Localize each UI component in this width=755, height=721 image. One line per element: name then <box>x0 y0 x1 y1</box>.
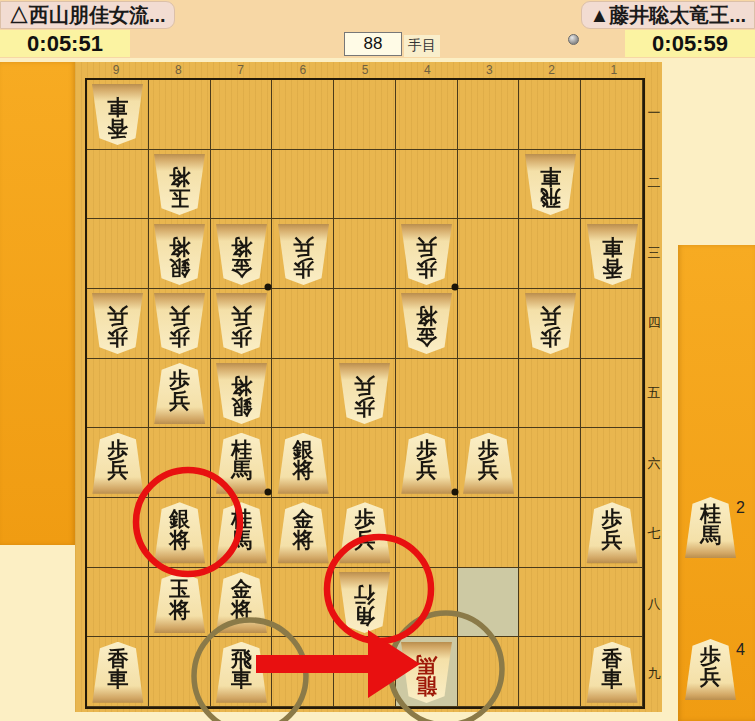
gote-clock: 0:05:51 <box>0 30 130 57</box>
board-square[interactable]: 金将 <box>272 498 334 568</box>
move-number-input[interactable]: 88 <box>344 32 402 56</box>
board-square[interactable]: 歩兵 <box>458 428 520 498</box>
board-square[interactable] <box>334 80 396 150</box>
board-square[interactable] <box>334 219 396 289</box>
board-square[interactable] <box>458 359 520 429</box>
clock-bar: 0:05:51 0:05:59 88 手目 <box>0 30 755 58</box>
rank-label: 九 <box>646 639 662 709</box>
board-square[interactable]: 香車 <box>87 637 149 707</box>
shogi-piece[interactable]: 桂馬 <box>215 433 268 494</box>
sente-player-name: ▲藤井聡太竜王... <box>581 1 755 29</box>
board-square[interactable] <box>581 80 643 150</box>
board-square[interactable] <box>458 637 520 707</box>
board-square[interactable]: 金将 <box>211 568 273 638</box>
shogi-piece[interactable]: 歩兵 <box>91 293 144 354</box>
shogi-piece[interactable]: 金将 <box>400 293 453 354</box>
board-square[interactable] <box>458 568 520 638</box>
board-square[interactable] <box>581 150 643 220</box>
shogi-piece[interactable]: 玉将 <box>153 154 206 215</box>
sente-clock: 0:05:59 <box>625 30 755 57</box>
board-square[interactable]: 飛車 <box>211 637 273 707</box>
board-square[interactable] <box>396 80 458 150</box>
rank-label: 三 <box>646 218 662 288</box>
board-square[interactable] <box>272 80 334 150</box>
rank-label: 一 <box>646 78 662 148</box>
move-number-label: 手目 <box>404 35 440 57</box>
shogi-piece[interactable]: 飛車 <box>215 642 268 703</box>
board-square[interactable] <box>272 150 334 220</box>
board-square[interactable] <box>272 637 334 707</box>
captured-piece[interactable]: 歩兵 <box>684 639 737 700</box>
shogi-piece[interactable]: 銀将 <box>277 433 330 494</box>
shogi-piece[interactable]: 歩兵 <box>400 433 453 494</box>
board-square[interactable]: 金将 <box>396 289 458 359</box>
shogi-piece[interactable]: 銀将 <box>215 363 268 424</box>
star-point <box>265 489 272 496</box>
file-coordinate-labels: 987654321 <box>85 62 645 78</box>
file-label: 1 <box>583 62 645 78</box>
board-square[interactable] <box>396 568 458 638</box>
file-label: 2 <box>521 62 583 78</box>
player-name-bar: △西山朋佳女流... ▲藤井聡太竜王... <box>0 0 755 30</box>
board-square[interactable]: 角行 <box>334 568 396 638</box>
shogi-piece[interactable]: 歩兵 <box>524 293 577 354</box>
shogi-piece[interactable]: 歩兵 <box>462 433 515 494</box>
board-square[interactable] <box>211 150 273 220</box>
rank-label: 二 <box>646 148 662 218</box>
shogi-piece[interactable]: 金将 <box>215 572 268 633</box>
board-square[interactable] <box>87 568 149 638</box>
board-square[interactable] <box>519 428 581 498</box>
board-square[interactable]: 金将 <box>211 219 273 289</box>
rank-label: 六 <box>646 429 662 499</box>
board-square[interactable]: 歩兵 <box>396 219 458 289</box>
shogi-piece[interactable]: 歩兵 <box>91 433 144 494</box>
rank-label: 四 <box>646 288 662 358</box>
board-square[interactable] <box>581 289 643 359</box>
star-point <box>265 284 272 291</box>
rank-label: 七 <box>646 499 662 569</box>
shogi-piece[interactable]: 香車 <box>91 642 144 703</box>
shogi-piece[interactable]: 銀将 <box>153 224 206 285</box>
file-label: 3 <box>458 62 520 78</box>
board-square[interactable]: 歩兵 <box>581 498 643 568</box>
shogi-piece[interactable]: 歩兵 <box>338 363 391 424</box>
board-square[interactable]: 龍馬 <box>396 637 458 707</box>
shogi-piece[interactable]: 桂馬 <box>215 502 268 563</box>
board-square[interactable]: 桂馬 <box>211 428 273 498</box>
board-square[interactable] <box>581 568 643 638</box>
board-square[interactable] <box>458 498 520 568</box>
board-square[interactable] <box>87 219 149 289</box>
board-square[interactable] <box>334 428 396 498</box>
board-square[interactable] <box>519 80 581 150</box>
board-square[interactable] <box>519 498 581 568</box>
file-label: 5 <box>334 62 396 78</box>
gote-captured-tray <box>0 62 75 545</box>
shogi-piece[interactable]: 歩兵 <box>153 293 206 354</box>
board-square[interactable]: 香車 <box>581 637 643 707</box>
file-label: 4 <box>396 62 458 78</box>
shogi-piece[interactable]: 玉将 <box>153 572 206 633</box>
board-square[interactable] <box>458 150 520 220</box>
rank-label: 八 <box>646 569 662 639</box>
stone-button-icon[interactable] <box>568 34 579 45</box>
shogi-piece[interactable]: 飛車 <box>524 154 577 215</box>
board-square[interactable] <box>458 80 520 150</box>
shogi-piece[interactable]: 香車 <box>586 642 639 703</box>
board-square[interactable] <box>581 359 643 429</box>
board-square[interactable] <box>519 568 581 638</box>
board-square[interactable]: 歩兵 <box>87 289 149 359</box>
board-square[interactable]: 香車 <box>87 80 149 150</box>
board-square[interactable]: 銀将 <box>149 219 211 289</box>
rank-coordinate-labels: 一二三四五六七八九 <box>646 78 662 709</box>
board-square[interactable]: 歩兵 <box>87 428 149 498</box>
board-square[interactable]: 歩兵 <box>334 359 396 429</box>
shogi-piece[interactable]: 銀将 <box>153 502 206 563</box>
board-grid[interactable]: 香車玉将飛車銀将金将歩兵歩兵香車歩兵歩兵歩兵金将歩兵歩兵銀将歩兵歩兵桂馬銀将歩兵… <box>85 78 645 709</box>
board-square[interactable]: 歩兵 <box>519 289 581 359</box>
board-square[interactable] <box>581 428 643 498</box>
board-square[interactable] <box>334 637 396 707</box>
file-label: 9 <box>85 62 147 78</box>
board-square[interactable]: 銀将 <box>211 359 273 429</box>
board-square[interactable] <box>87 498 149 568</box>
board-square[interactable]: 香車 <box>581 219 643 289</box>
board-square[interactable] <box>519 219 581 289</box>
captured-piece-count: 4 <box>736 641 754 659</box>
sente-captured-tray: 桂馬2歩兵4 <box>678 245 755 721</box>
shogi-piece[interactable]: 歩兵 <box>400 224 453 285</box>
board-square[interactable]: 歩兵 <box>396 428 458 498</box>
board-square[interactable] <box>396 359 458 429</box>
board-square[interactable] <box>272 359 334 429</box>
captured-piece[interactable]: 桂馬 <box>684 497 737 558</box>
shogi-piece[interactable]: 香車 <box>91 84 144 145</box>
shogi-piece[interactable]: 歩兵 <box>215 293 268 354</box>
board-square[interactable] <box>211 80 273 150</box>
board-square[interactable]: 銀将 <box>272 428 334 498</box>
board-square[interactable] <box>519 637 581 707</box>
board-square[interactable]: 銀将 <box>149 498 211 568</box>
board-square[interactable] <box>272 289 334 359</box>
board-square[interactable] <box>87 359 149 429</box>
board-square[interactable] <box>272 568 334 638</box>
shogi-piece[interactable]: 金将 <box>277 502 330 563</box>
board-square[interactable] <box>334 150 396 220</box>
board-square[interactable]: 歩兵 <box>149 359 211 429</box>
board-square[interactable] <box>458 219 520 289</box>
board-square[interactable] <box>149 80 211 150</box>
board-square[interactable] <box>149 637 211 707</box>
shogi-piece[interactable]: 歩兵 <box>586 502 639 563</box>
board-square[interactable]: 桂馬 <box>211 498 273 568</box>
board-square[interactable] <box>149 428 211 498</box>
board-square[interactable]: 歩兵 <box>211 289 273 359</box>
shogi-piece[interactable]: 歩兵 <box>338 502 391 563</box>
board-square[interactable]: 玉将 <box>149 568 211 638</box>
board-square[interactable]: 歩兵 <box>272 219 334 289</box>
board-square[interactable]: 歩兵 <box>149 289 211 359</box>
board-square[interactable]: 飛車 <box>519 150 581 220</box>
shogi-piece[interactable]: 龍馬 <box>400 642 453 703</box>
board-square[interactable]: 玉将 <box>149 150 211 220</box>
shogi-piece[interactable]: 歩兵 <box>153 363 206 424</box>
shogi-piece[interactable]: 金将 <box>215 224 268 285</box>
shogi-piece[interactable]: 角行 <box>338 572 391 633</box>
shogi-piece[interactable]: 歩兵 <box>277 224 330 285</box>
board-square[interactable] <box>519 359 581 429</box>
file-label: 6 <box>272 62 334 78</box>
captured-piece-count: 2 <box>736 499 754 517</box>
file-label: 8 <box>147 62 209 78</box>
board-square[interactable] <box>87 150 149 220</box>
board-square[interactable] <box>458 289 520 359</box>
shogi-broadcast-page: △西山朋佳女流... ▲藤井聡太竜王... 0:05:51 0:05:59 88… <box>0 0 755 721</box>
shogi-piece[interactable]: 香車 <box>586 224 639 285</box>
board-square[interactable]: 歩兵 <box>334 498 396 568</box>
shogi-board[interactable]: 987654321 香車玉将飛車銀将金将歩兵歩兵香車歩兵歩兵歩兵金将歩兵歩兵銀将… <box>75 62 662 712</box>
file-label: 7 <box>209 62 271 78</box>
board-square[interactable] <box>396 150 458 220</box>
rank-label: 五 <box>646 358 662 428</box>
board-square[interactable] <box>334 289 396 359</box>
gote-player-name: △西山朋佳女流... <box>0 1 175 29</box>
star-point <box>452 489 459 496</box>
star-point <box>452 284 459 291</box>
board-square[interactable] <box>396 498 458 568</box>
